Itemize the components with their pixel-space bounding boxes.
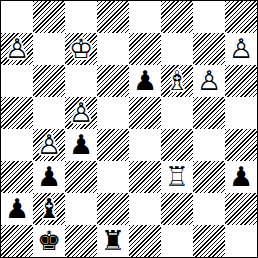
square-e4[interactable]	[129, 129, 161, 161]
square-f4[interactable]	[161, 129, 193, 161]
square-c5[interactable]: ♟♙	[65, 97, 97, 129]
white-king-c7: ♚♔	[65, 33, 97, 65]
square-f3[interactable]: ♜♖	[161, 161, 193, 193]
white-pawn-h7: ♟♙	[225, 33, 257, 65]
black-pawn-c4: ♟	[65, 129, 97, 161]
square-d1[interactable]: ♜	[97, 225, 129, 257]
square-g2[interactable]	[193, 193, 225, 225]
square-a6[interactable]	[1, 65, 33, 97]
square-d4[interactable]	[97, 129, 129, 161]
square-a8[interactable]	[1, 1, 33, 33]
black-pawn-e6: ♟	[129, 65, 161, 97]
square-b6[interactable]	[33, 65, 65, 97]
square-f5[interactable]	[161, 97, 193, 129]
square-b7[interactable]	[33, 33, 65, 65]
white-pawn-g6: ♟♙	[193, 65, 225, 97]
square-h7[interactable]: ♟♙	[225, 33, 257, 65]
square-h2[interactable]	[225, 193, 257, 225]
black-pawn-b3: ♟	[33, 161, 65, 193]
square-b2[interactable]: ♝	[33, 193, 65, 225]
square-d3[interactable]	[97, 161, 129, 193]
square-c7[interactable]: ♚♔	[65, 33, 97, 65]
square-h8[interactable]	[225, 1, 257, 33]
square-h6[interactable]	[225, 65, 257, 97]
square-f6[interactable]: ♝♗	[161, 65, 193, 97]
chess-board-frame: ♟♙♚♔♟♙♟♝♗♟♙♟♙♟♙♟♟♜♖♟♟♝♚♜	[0, 0, 258, 258]
square-e1[interactable]	[129, 225, 161, 257]
black-king-b1: ♚	[33, 225, 65, 257]
square-e8[interactable]	[129, 1, 161, 33]
square-c8[interactable]	[65, 1, 97, 33]
square-b4[interactable]: ♟♙	[33, 129, 65, 161]
square-f2[interactable]	[161, 193, 193, 225]
square-a3[interactable]	[1, 161, 33, 193]
black-bishop-b2: ♝	[33, 193, 65, 225]
black-pawn-a2: ♟	[1, 193, 33, 225]
square-b5[interactable]	[33, 97, 65, 129]
square-f1[interactable]	[161, 225, 193, 257]
square-c2[interactable]	[65, 193, 97, 225]
square-c1[interactable]	[65, 225, 97, 257]
black-pawn-h3: ♟	[225, 161, 257, 193]
white-pawn-a7: ♟♙	[1, 33, 33, 65]
square-c4[interactable]: ♟	[65, 129, 97, 161]
square-d5[interactable]	[97, 97, 129, 129]
white-rook-f3: ♜♖	[161, 161, 193, 193]
square-c6[interactable]	[65, 65, 97, 97]
square-h1[interactable]	[225, 225, 257, 257]
white-pawn-c5: ♟♙	[65, 97, 97, 129]
square-a7[interactable]: ♟♙	[1, 33, 33, 65]
square-b8[interactable]	[33, 1, 65, 33]
square-a2[interactable]: ♟	[1, 193, 33, 225]
square-d8[interactable]	[97, 1, 129, 33]
square-a1[interactable]	[1, 225, 33, 257]
square-e7[interactable]	[129, 33, 161, 65]
square-c3[interactable]	[65, 161, 97, 193]
square-f8[interactable]	[161, 1, 193, 33]
square-g6[interactable]: ♟♙	[193, 65, 225, 97]
square-e2[interactable]	[129, 193, 161, 225]
square-a4[interactable]	[1, 129, 33, 161]
square-h3[interactable]: ♟	[225, 161, 257, 193]
square-e6[interactable]: ♟	[129, 65, 161, 97]
square-g3[interactable]	[193, 161, 225, 193]
square-b1[interactable]: ♚	[33, 225, 65, 257]
square-h4[interactable]	[225, 129, 257, 161]
chess-board: ♟♙♚♔♟♙♟♝♗♟♙♟♙♟♙♟♟♜♖♟♟♝♚♜	[1, 1, 257, 257]
square-e3[interactable]	[129, 161, 161, 193]
square-g4[interactable]	[193, 129, 225, 161]
square-d7[interactable]	[97, 33, 129, 65]
square-g5[interactable]	[193, 97, 225, 129]
black-rook-d1: ♜	[97, 225, 129, 257]
square-d2[interactable]	[97, 193, 129, 225]
square-g1[interactable]	[193, 225, 225, 257]
square-b3[interactable]: ♟	[33, 161, 65, 193]
square-f7[interactable]	[161, 33, 193, 65]
white-bishop-f6: ♝♗	[161, 65, 193, 97]
white-pawn-b4: ♟♙	[33, 129, 65, 161]
square-a5[interactable]	[1, 97, 33, 129]
square-e5[interactable]	[129, 97, 161, 129]
square-h5[interactable]	[225, 97, 257, 129]
square-g7[interactable]	[193, 33, 225, 65]
square-g8[interactable]	[193, 1, 225, 33]
square-d6[interactable]	[97, 65, 129, 97]
